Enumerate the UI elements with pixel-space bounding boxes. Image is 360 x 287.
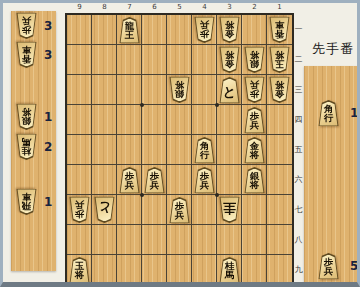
sente-silver-piece[interactable]: 銀将: [244, 167, 265, 193]
piece-face: 金将: [270, 78, 289, 102]
file-label-8: 8: [92, 3, 117, 12]
piece-kanji: 香: [275, 29, 284, 39]
piece-face: 玉将: [70, 259, 89, 283]
star-point: [140, 103, 144, 107]
piece-body: 龍王: [119, 17, 140, 43]
piece-body: 飛車: [16, 189, 37, 215]
piece-kanji: 玉: [275, 59, 284, 69]
piece-face: 銀将: [17, 105, 36, 129]
piece-face: 歩兵: [70, 198, 89, 222]
piece-kanji: 香: [22, 54, 31, 64]
piece-kanji: 将: [250, 181, 259, 191]
piece-body: 香車: [16, 42, 37, 68]
cell-92[interactable]: [67, 45, 92, 75]
piece-kanji: と: [98, 198, 111, 217]
cell-79[interactable]: [117, 255, 142, 285]
gote-gold-piece[interactable]: 金将: [219, 47, 240, 73]
cell-88[interactable]: [92, 225, 117, 255]
cell-82[interactable]: [92, 45, 117, 75]
piece-face: 金将: [220, 18, 239, 42]
piece-kanji: 兵: [250, 121, 259, 131]
piece-kanji: 兵: [324, 267, 333, 277]
piece-kanji: 兵: [75, 200, 84, 210]
piece-body: 銀将: [244, 47, 265, 73]
piece-body: 歩兵: [318, 253, 339, 279]
gote-pawn-piece[interactable]: 歩兵: [69, 197, 90, 223]
shogi-app-window: 歩兵3香車3銀将1桂馬2飛車1 龍王歩兵金将香車金将銀将玉将銀将と歩兵金将歩兵角…: [0, 0, 360, 287]
cell-84[interactable]: [92, 105, 117, 135]
piece-body: 歩兵: [194, 17, 215, 43]
gote-hand-silver[interactable]: 銀将: [16, 104, 37, 130]
file-label-4: 4: [192, 3, 217, 12]
gote-pawn-piece[interactable]: 歩兵: [194, 17, 215, 43]
piece-body: 歩兵: [69, 197, 90, 223]
piece-face: 龍王: [120, 19, 139, 43]
cell-56[interactable]: [167, 165, 192, 195]
cell-55[interactable]: [167, 135, 192, 165]
piece-kanji: 車: [275, 20, 284, 30]
piece-kanji: 歩: [22, 25, 31, 35]
piece-body: と: [94, 197, 115, 223]
rank-label-6: 六: [294, 175, 303, 185]
cell-34[interactable]: [217, 105, 242, 135]
piece-body: 金将: [219, 17, 240, 43]
sente-pawn-piece[interactable]: 歩兵: [194, 167, 215, 193]
gote-hand-pawn-count: 3: [44, 19, 52, 33]
piece-body: 歩兵: [144, 167, 165, 193]
piece-body: 玉将: [69, 257, 90, 283]
sente-hand-pawn[interactable]: 歩兵: [318, 253, 339, 279]
rank-label-7: 七: [294, 205, 303, 215]
piece-kanji: 金: [225, 59, 234, 69]
piece-body: 金将: [269, 77, 290, 103]
cell-61[interactable]: [142, 15, 167, 45]
gote-king-piece[interactable]: 玉将: [269, 47, 290, 73]
piece-body: 銀将: [244, 167, 265, 193]
cell-62[interactable]: [142, 45, 167, 75]
cell-75[interactable]: [117, 135, 142, 165]
gote-hand-tray: 歩兵3香車3銀将1桂馬2飛車1: [11, 11, 56, 271]
gote-hand-rook[interactable]: 飛車: [16, 189, 37, 215]
cell-74[interactable]: [117, 105, 142, 135]
piece-face: と: [95, 198, 114, 222]
cell-64[interactable]: [142, 105, 167, 135]
piece-kanji: 馬: [22, 137, 31, 147]
cell-51[interactable]: [167, 15, 192, 45]
cell-94[interactable]: [67, 105, 92, 135]
cell-59[interactable]: [167, 255, 192, 285]
piece-face: 飛車: [17, 190, 36, 214]
piece-kanji: 将: [250, 151, 259, 161]
sente-tokin-piece[interactable]: と: [219, 77, 240, 103]
piece-kanji: 圭: [223, 198, 236, 217]
cell-72[interactable]: [117, 45, 142, 75]
cell-44[interactable]: [192, 105, 217, 135]
gote-hand-knight[interactable]: 桂馬: [16, 134, 37, 160]
piece-face: 歩兵: [195, 18, 214, 42]
piece-face: 銀将: [245, 48, 264, 72]
piece-face: 歩兵: [245, 109, 264, 133]
gote-hand-lance-count: 3: [44, 48, 52, 62]
sente-hand-bishop[interactable]: 角行: [318, 100, 339, 126]
piece-kanji: 兵: [150, 181, 159, 191]
sente-hand-bishop-count: 1: [350, 106, 358, 120]
piece-body: 桂馬: [219, 257, 240, 283]
piece-kanji: 将: [22, 107, 31, 117]
piece-kanji: 王: [125, 31, 134, 41]
cell-38[interactable]: [217, 225, 242, 255]
piece-kanji: と: [223, 84, 236, 103]
cell-95[interactable]: [67, 135, 92, 165]
piece-kanji: 将: [275, 80, 284, 90]
piece-face: 歩兵: [195, 169, 214, 193]
rank-label-1: 一: [294, 25, 303, 35]
cell-69[interactable]: [142, 255, 167, 285]
piece-kanji: 将: [175, 80, 184, 90]
cell-93[interactable]: [67, 75, 92, 105]
piece-kanji: 兵: [125, 181, 134, 191]
piece-face: 歩兵: [170, 199, 189, 223]
piece-kanji: 銀: [250, 59, 259, 69]
piece-face: 歩兵: [17, 14, 36, 38]
cell-47[interactable]: [192, 195, 217, 225]
cell-96[interactable]: [67, 165, 92, 195]
piece-kanji: 金: [275, 89, 284, 99]
piece-body: 角行: [194, 137, 215, 163]
piece-kanji: 兵: [22, 16, 31, 26]
cell-91[interactable]: [67, 15, 92, 45]
sente-dragon-piece[interactable]: 龍王: [119, 17, 140, 43]
piece-face: 歩兵: [145, 169, 164, 193]
piece-kanji: 歩: [75, 209, 84, 219]
piece-kanji: 馬: [225, 271, 234, 281]
piece-body: 桂馬: [16, 134, 37, 160]
file-label-7: 7: [117, 3, 142, 12]
gote-hand-pawn[interactable]: 歩兵: [16, 13, 37, 39]
piece-kanji: 将: [250, 50, 259, 60]
gote-tokin-piece[interactable]: と: [94, 197, 115, 223]
rank-label-5: 五: [294, 145, 303, 155]
piece-face: 歩兵: [120, 169, 139, 193]
cell-16[interactable]: [267, 165, 292, 195]
cell-35[interactable]: [217, 135, 242, 165]
piece-body: 歩兵: [194, 167, 215, 193]
cell-78[interactable]: [117, 225, 142, 255]
file-label-1: 1: [267, 3, 292, 12]
gote-hand-rook-count: 1: [44, 195, 52, 209]
cell-86[interactable]: [92, 165, 117, 195]
cell-48[interactable]: [192, 225, 217, 255]
cell-89[interactable]: [92, 255, 117, 285]
cell-63[interactable]: [142, 75, 167, 105]
piece-face: と: [220, 79, 239, 103]
piece-face: 角行: [195, 139, 214, 163]
rank-label-3: 三: [294, 85, 303, 95]
sente-hand-tray: 角行1歩兵5: [304, 66, 357, 285]
cell-15[interactable]: [267, 135, 292, 165]
piece-body: 歩兵: [244, 107, 265, 133]
gote-gold-piece[interactable]: 金将: [269, 77, 290, 103]
gote-silver-piece[interactable]: 銀将: [244, 47, 265, 73]
piece-kanji: 将: [225, 50, 234, 60]
piece-body: 角行: [318, 100, 339, 126]
gote-gold-piece[interactable]: 金将: [219, 17, 240, 43]
piece-body: 歩兵: [169, 197, 190, 223]
piece-face: 金将: [245, 139, 264, 163]
cell-21[interactable]: [242, 15, 267, 45]
cell-17[interactable]: [267, 195, 292, 225]
cell-18[interactable]: [267, 225, 292, 255]
sente-pawn-piece[interactable]: 歩兵: [144, 167, 165, 193]
cell-58[interactable]: [167, 225, 192, 255]
piece-face: 銀将: [170, 78, 189, 102]
piece-kanji: 将: [75, 271, 84, 281]
piece-body: 歩兵: [119, 167, 140, 193]
star-point: [140, 193, 144, 197]
cell-36[interactable]: [217, 165, 242, 195]
cell-52[interactable]: [167, 45, 192, 75]
piece-kanji: 行: [200, 151, 209, 161]
piece-kanji: 兵: [175, 211, 184, 221]
rank-label-9: 九: [294, 265, 303, 275]
rank-label-8: 八: [294, 235, 303, 245]
piece-body: 玉将: [269, 47, 290, 73]
piece-kanji: 兵: [200, 181, 209, 191]
file-label-5: 5: [167, 3, 192, 12]
cell-98[interactable]: [67, 225, 92, 255]
sente-gold-piece[interactable]: 金将: [244, 137, 265, 163]
piece-face: 圭: [220, 198, 239, 222]
piece-kanji: 行: [324, 114, 333, 124]
gote-hand-silver-count: 1: [44, 110, 52, 124]
cell-14[interactable]: [267, 105, 292, 135]
star-point: [215, 103, 219, 107]
file-label-2: 2: [242, 3, 267, 12]
cell-27[interactable]: [242, 195, 267, 225]
file-label-3: 3: [217, 3, 242, 12]
cell-29[interactable]: [242, 255, 267, 285]
gote-silver-piece[interactable]: 銀将: [169, 77, 190, 103]
piece-face: 歩兵: [245, 78, 264, 102]
cell-43[interactable]: [192, 75, 217, 105]
piece-kanji: 兵: [250, 80, 259, 90]
gote-lance-piece[interactable]: 香車: [269, 17, 290, 43]
piece-body: 銀将: [169, 77, 190, 103]
piece-kanji: 桂: [22, 146, 31, 156]
piece-body: 銀将: [16, 104, 37, 130]
piece-body: 金将: [219, 47, 240, 73]
gote-pawn-piece[interactable]: 歩兵: [244, 77, 265, 103]
file-label-6: 6: [142, 3, 167, 12]
gote-hand-lance[interactable]: 香車: [16, 42, 37, 68]
sente-pawn-piece[interactable]: 歩兵: [119, 167, 140, 193]
piece-kanji: 歩: [200, 29, 209, 39]
cell-85[interactable]: [92, 135, 117, 165]
piece-kanji: 飛: [22, 201, 31, 211]
piece-kanji: 将: [275, 50, 284, 60]
sente-knight-piece[interactable]: 桂馬: [219, 257, 240, 283]
file-label-9: 9: [67, 3, 92, 12]
piece-body: 金将: [244, 137, 265, 163]
sente-pawn-piece[interactable]: 歩兵: [244, 107, 265, 133]
sente-hand-pawn-count: 5: [350, 259, 358, 273]
piece-face: 角行: [319, 102, 338, 126]
piece-kanji: 将: [225, 20, 234, 30]
piece-kanji: 歩: [250, 89, 259, 99]
piece-face: 銀将: [245, 169, 264, 193]
shogi-board: 龍王歩兵金将香車金将銀将玉将銀将と歩兵金将歩兵角行金将歩兵歩兵歩兵銀将歩兵と歩兵…: [65, 13, 294, 285]
rank-label-4: 四: [294, 115, 303, 125]
piece-body: 香車: [269, 17, 290, 43]
cell-54[interactable]: [167, 105, 192, 135]
sente-pawn-piece[interactable]: 歩兵: [169, 197, 190, 223]
piece-face: 金将: [220, 48, 239, 72]
piece-body: と: [219, 77, 240, 103]
cell-65[interactable]: [142, 135, 167, 165]
piece-kanji: 銀: [175, 89, 184, 99]
cell-19[interactable]: [267, 255, 292, 285]
rank-label-2: 二: [294, 55, 303, 65]
piece-face: 香車: [270, 18, 289, 42]
piece-face: 桂馬: [220, 259, 239, 283]
piece-body: 圭: [219, 197, 240, 223]
cell-68[interactable]: [142, 225, 167, 255]
cell-28[interactable]: [242, 225, 267, 255]
cell-73[interactable]: [117, 75, 142, 105]
piece-kanji: 兵: [200, 20, 209, 30]
cell-77[interactable]: [117, 195, 142, 225]
piece-face: 香車: [17, 43, 36, 67]
piece-kanji: 車: [22, 192, 31, 202]
piece-kanji: 銀: [22, 116, 31, 126]
sente-bishop-piece[interactable]: 角行: [194, 137, 215, 163]
piece-face: 玉将: [270, 48, 289, 72]
gote-hand-knight-count: 2: [44, 140, 52, 154]
piece-body: 歩兵: [244, 77, 265, 103]
piece-kanji: 車: [22, 45, 31, 55]
turn-indicator: 先手番: [312, 40, 360, 58]
sente-king-piece[interactable]: 玉将: [69, 257, 90, 283]
gote-promoted-knight-piece[interactable]: 圭: [219, 197, 240, 223]
cell-67[interactable]: [142, 195, 167, 225]
cell-81[interactable]: [92, 15, 117, 45]
piece-body: 歩兵: [16, 13, 37, 39]
piece-face: 桂馬: [17, 135, 36, 159]
cell-42[interactable]: [192, 45, 217, 75]
piece-kanji: 金: [225, 29, 234, 39]
cell-83[interactable]: [92, 75, 117, 105]
piece-face: 歩兵: [319, 255, 338, 279]
cell-49[interactable]: [192, 255, 217, 285]
